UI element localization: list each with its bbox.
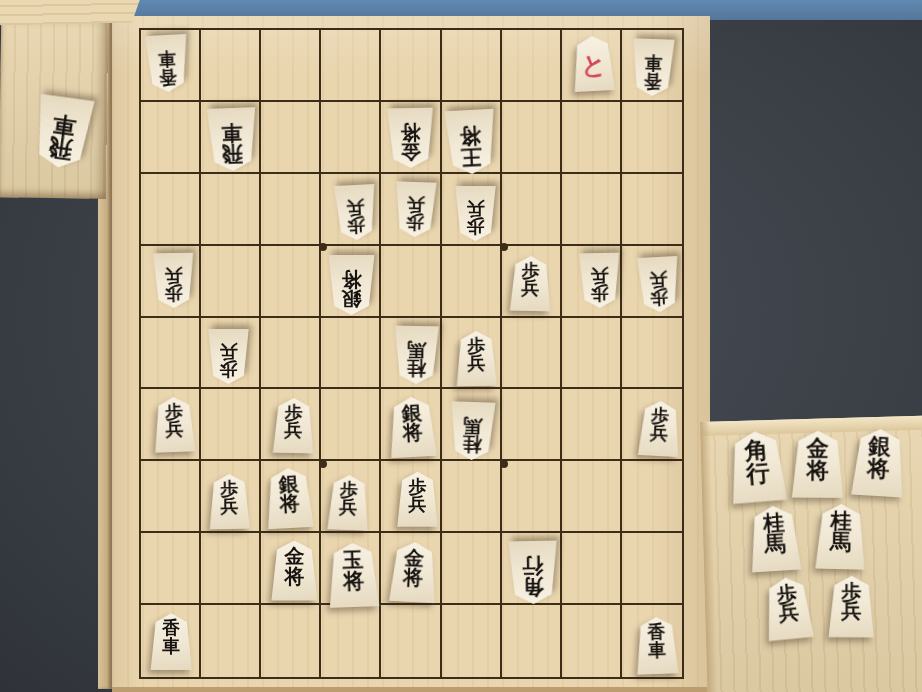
koma-face: 玉将	[325, 542, 382, 608]
koma-歩兵-sente[interactable]: 歩兵	[325, 474, 372, 531]
square-6-2[interactable]	[321, 102, 381, 174]
koma-銀将-sente[interactable]: 銀将	[385, 396, 439, 459]
koma-char: 車	[50, 112, 76, 138]
square-8-1[interactable]	[201, 30, 261, 102]
gote-komadai: 飛車	[0, 19, 108, 198]
square-9-5[interactable]	[141, 318, 201, 390]
square-5-9[interactable]	[381, 605, 441, 677]
square-3-6[interactable]	[502, 389, 562, 461]
koma-face: 桂馬	[447, 401, 498, 461]
star-point	[500, 243, 508, 251]
koma-香車-sente[interactable]: 香車	[633, 617, 681, 676]
koma-桂馬-gote[interactable]: 桂馬	[447, 401, 498, 461]
square-6-1[interactable]	[321, 30, 381, 102]
square-2-6[interactable]	[562, 389, 622, 461]
koma-face: 香車	[148, 613, 194, 670]
koma-歩兵-sente[interactable]: 歩兵	[151, 397, 198, 454]
square-6-6[interactable]	[321, 389, 381, 461]
koma-face: 銀将	[326, 255, 377, 315]
star-point	[319, 243, 327, 251]
koma-char: 兵	[778, 603, 800, 625]
koma-face: 銀将	[849, 428, 910, 498]
koma-face: 香車	[143, 33, 192, 92]
star-point	[500, 460, 508, 468]
captured-koma-飛車-gote[interactable]: 飛車	[28, 93, 97, 171]
koma-char: 将	[343, 570, 365, 591]
left-board-lid-plank	[0, 0, 142, 26]
square-1-3[interactable]	[622, 174, 682, 246]
koma-face: と	[569, 35, 617, 92]
koma-char: 兵	[521, 279, 539, 297]
koma-char: 将	[284, 567, 304, 587]
square-8-9[interactable]	[201, 605, 261, 677]
koma-char: 将	[459, 125, 481, 147]
koma-char: 将	[867, 458, 891, 481]
koma-char: 行	[745, 461, 770, 486]
koma-face: 歩兵	[206, 329, 251, 384]
square-4-9[interactable]	[442, 605, 502, 677]
koma-char: 玉	[343, 549, 365, 570]
koma-face: 金将	[789, 431, 847, 499]
koma-歩兵-gote[interactable]: 歩兵	[453, 186, 498, 241]
koma-face: 王将	[441, 108, 499, 175]
koma-char: 行	[522, 556, 543, 577]
koma-face: 桂馬	[391, 325, 441, 384]
koma-角行-gote[interactable]: 角行	[505, 541, 560, 605]
koma-char: 馬	[763, 533, 786, 555]
square-8-3[interactable]	[201, 174, 261, 246]
koma-face: 飛車	[28, 93, 97, 171]
koma-歩兵-gote[interactable]: 歩兵	[150, 252, 196, 308]
koma-face: 銀将	[385, 396, 439, 459]
koma-char: 銀	[342, 289, 362, 309]
square-7-2[interactable]	[261, 102, 321, 174]
koma-王将-gote[interactable]: 王将	[441, 108, 499, 175]
koma-face: 角行	[724, 429, 790, 504]
koma-char: 王	[460, 145, 482, 167]
koma-char: と	[580, 53, 607, 79]
square-5-1[interactable]	[381, 30, 441, 102]
koma-銀将-gote[interactable]: 銀将	[326, 255, 377, 315]
square-4-4[interactable]	[442, 246, 502, 318]
koma-char: 香	[159, 68, 178, 87]
koma-歩兵-gote[interactable]: 歩兵	[635, 256, 683, 313]
koma-飛車-gote[interactable]: 飛車	[204, 107, 260, 172]
koma-char: 兵	[590, 266, 608, 284]
koma-char: 歩	[164, 284, 182, 302]
square-6-5[interactable]	[321, 318, 381, 390]
koma-char: 兵	[406, 196, 425, 214]
square-4-8[interactable]	[442, 533, 502, 605]
star-point	[319, 460, 327, 468]
koma-face: 歩兵	[576, 252, 622, 308]
koma-face: 歩兵	[270, 398, 316, 454]
koma-char: 車	[221, 122, 243, 143]
square-8-4[interactable]	[201, 246, 261, 318]
square-3-2[interactable]	[502, 102, 562, 174]
koma-face: 歩兵	[395, 472, 440, 527]
square-2-3[interactable]	[562, 174, 622, 246]
koma-face: 角行	[505, 541, 560, 605]
koma-char: 馬	[829, 531, 851, 552]
koma-char: 将	[279, 494, 300, 515]
koma-歩兵-sente[interactable]: 歩兵	[636, 400, 684, 457]
koma-face: 歩兵	[392, 182, 439, 239]
koma-char: 歩	[466, 218, 484, 236]
koma-char: 兵	[339, 498, 358, 516]
koma-char: 兵	[221, 497, 239, 515]
square-1-8[interactable]	[622, 533, 682, 605]
koma-char: 桂	[407, 358, 426, 377]
koma-face: 歩兵	[207, 473, 253, 529]
koma-香車-sente[interactable]: 香車	[148, 613, 194, 670]
koma-金将-gote[interactable]: 金将	[384, 107, 436, 168]
koma-char: 兵	[346, 199, 365, 218]
koma-char: 兵	[466, 200, 484, 218]
koma-face: 歩兵	[636, 400, 684, 457]
koma-face: 歩兵	[635, 256, 683, 313]
koma-歩兵-sente[interactable]: 歩兵	[270, 398, 316, 454]
square-3-7[interactable]	[502, 461, 562, 533]
koma-歩兵-sente[interactable]: 歩兵	[453, 331, 499, 387]
koma-歩兵-sente[interactable]: 歩兵	[508, 255, 554, 311]
square-7-1[interactable]	[261, 30, 321, 102]
shogi-board: 香車と香車飛車金将王将歩兵歩兵歩兵歩兵銀将歩兵歩兵歩兵歩兵桂馬歩兵歩兵歩兵銀将桂…	[112, 16, 710, 692]
square-7-9[interactable]	[261, 605, 321, 677]
square-8-8[interactable]	[201, 533, 261, 605]
koma-face: 歩兵	[508, 255, 554, 311]
koma-char: 兵	[284, 422, 302, 440]
koma-char: 兵	[649, 270, 668, 289]
koma-char: 兵	[164, 266, 182, 284]
koma-char: 歩	[347, 216, 366, 235]
koma-歩兵-gote[interactable]: 歩兵	[392, 182, 439, 239]
koma-char: 兵	[467, 354, 485, 372]
captured-koma-桂馬-sente[interactable]: 桂馬	[812, 503, 868, 569]
koma-char: 歩	[590, 284, 608, 302]
square-3-9[interactable]	[502, 605, 562, 677]
captured-koma-歩兵-sente[interactable]: 歩兵	[760, 575, 816, 641]
square-9-8[interactable]	[141, 533, 201, 605]
koma-歩兵-gote[interactable]: 歩兵	[332, 184, 380, 241]
koma-香車-gote[interactable]: 香車	[629, 38, 677, 97]
koma-char: 車	[644, 54, 663, 72]
koma-玉将-sente[interactable]: 玉将	[325, 542, 382, 608]
koma-char: 馬	[462, 416, 482, 435]
koma-金将-sente[interactable]: 金将	[269, 541, 320, 601]
square-4-1[interactable]	[442, 30, 502, 102]
sente-komadai: 角行金将銀将桂馬桂馬歩兵歩兵	[700, 416, 922, 692]
koma-と-sente[interactable]: と	[569, 35, 617, 92]
koma-銀将-sente[interactable]: 銀将	[262, 467, 316, 530]
koma-face: 金将	[269, 541, 320, 601]
square-1-7[interactable]	[622, 461, 682, 533]
koma-歩兵-gote[interactable]: 歩兵	[576, 252, 622, 308]
square-2-7[interactable]	[562, 461, 622, 533]
koma-char: 角	[522, 576, 543, 597]
square-9-3[interactable]	[141, 174, 201, 246]
square-5-4[interactable]	[381, 246, 441, 318]
square-7-5[interactable]	[261, 318, 321, 390]
koma-face: 香車	[633, 617, 681, 676]
koma-char: 将	[342, 269, 362, 289]
square-1-5[interactable]	[622, 318, 682, 390]
koma-face: 桂馬	[812, 503, 868, 569]
koma-歩兵-sente[interactable]: 歩兵	[207, 473, 253, 529]
koma-char: 車	[158, 50, 177, 69]
koma-face: 歩兵	[150, 252, 196, 308]
square-8-6[interactable]	[201, 389, 261, 461]
koma-face: 歩兵	[151, 397, 198, 454]
koma-char: 将	[402, 423, 423, 444]
koma-char: 兵	[409, 495, 427, 513]
koma-char: 飛	[221, 143, 243, 164]
square-2-2[interactable]	[562, 102, 622, 174]
koma-face: 金将	[384, 107, 436, 168]
square-3-3[interactable]	[502, 174, 562, 246]
koma-char: 将	[403, 567, 424, 588]
square-2-9[interactable]	[562, 605, 622, 677]
captured-koma-歩兵-sente[interactable]: 歩兵	[826, 576, 877, 638]
koma-face: 銀将	[262, 467, 316, 530]
square-2-8[interactable]	[562, 533, 622, 605]
square-9-2[interactable]	[141, 102, 201, 174]
koma-char: 歩	[220, 361, 238, 379]
koma-char: 兵	[165, 420, 184, 438]
square-7-3[interactable]	[261, 174, 321, 246]
koma-face: 歩兵	[453, 331, 499, 387]
koma-face: 飛車	[204, 107, 260, 172]
koma-桂馬-gote[interactable]: 桂馬	[391, 325, 441, 384]
koma-香車-gote[interactable]: 香車	[143, 33, 192, 92]
captured-koma-金将-sente[interactable]: 金将	[789, 431, 847, 499]
koma-歩兵-gote[interactable]: 歩兵	[206, 329, 251, 384]
koma-歩兵-sente[interactable]: 歩兵	[395, 472, 440, 527]
koma-char: 将	[400, 122, 420, 142]
koma-char: 馬	[407, 340, 426, 359]
square-9-7[interactable]	[141, 461, 201, 533]
koma-金将-sente[interactable]: 金将	[386, 540, 440, 603]
koma-face: 歩兵	[826, 576, 877, 638]
square-6-9[interactable]	[321, 605, 381, 677]
captured-koma-銀将-sente[interactable]: 銀将	[849, 428, 910, 498]
koma-char: 車	[162, 637, 180, 655]
shogi-scene: 飛車 香車と香車飛車金将王将歩兵歩兵歩兵歩兵銀将歩兵歩兵歩兵歩兵桂馬歩兵歩兵歩兵…	[0, 0, 922, 692]
square-2-5[interactable]	[562, 318, 622, 390]
koma-char: 兵	[650, 424, 669, 443]
koma-face: 金将	[386, 540, 440, 603]
koma-char: 兵	[841, 602, 861, 622]
koma-char: 香	[162, 619, 180, 637]
koma-face: 香車	[629, 38, 677, 97]
koma-char: 桂	[462, 435, 482, 454]
koma-face: 歩兵	[760, 575, 816, 641]
square-3-5[interactable]	[502, 318, 562, 390]
koma-face: 歩兵	[332, 184, 380, 241]
square-7-4[interactable]	[261, 246, 321, 318]
koma-face: 歩兵	[453, 186, 498, 241]
square-3-1[interactable]	[502, 30, 562, 102]
koma-face: 歩兵	[325, 474, 372, 531]
koma-char: 歩	[406, 214, 425, 232]
koma-char: 兵	[220, 343, 238, 361]
koma-char: 香	[643, 72, 662, 90]
captured-koma-角行-sente[interactable]: 角行	[724, 429, 790, 504]
koma-face: 桂馬	[745, 504, 804, 572]
koma-char: 車	[648, 641, 667, 659]
square-1-2[interactable]	[622, 102, 682, 174]
captured-koma-桂馬-sente[interactable]: 桂馬	[745, 504, 804, 572]
square-4-7[interactable]	[442, 461, 502, 533]
koma-char: 将	[807, 460, 830, 482]
board-grid: 香車と香車飛車金将王将歩兵歩兵歩兵歩兵銀将歩兵歩兵歩兵歩兵桂馬歩兵歩兵歩兵銀将桂…	[139, 28, 684, 679]
